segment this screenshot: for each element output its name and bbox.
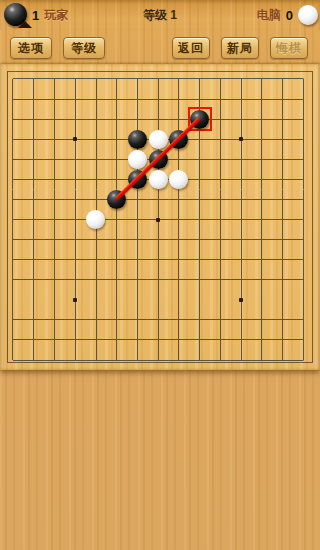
- board-intersection[interactable]: [106, 190, 127, 210]
- board-intersection[interactable]: [231, 109, 252, 129]
- board-intersection[interactable]: [65, 290, 86, 310]
- board-intersection[interactable]: [169, 290, 190, 310]
- board-intersection[interactable]: [169, 350, 190, 370]
- board-intersection[interactable]: [65, 350, 86, 370]
- board-intersection[interactable]: [148, 310, 169, 330]
- board-intersection[interactable]: [44, 190, 65, 210]
- board-intersection[interactable]: [23, 190, 44, 210]
- board-intersection[interactable]: [148, 169, 169, 189]
- board-intersection[interactable]: [127, 230, 148, 250]
- board-intersection[interactable]: [106, 210, 127, 230]
- board-intersection[interactable]: [210, 310, 231, 330]
- board-intersection[interactable]: [210, 330, 231, 350]
- board-intersection[interactable]: [86, 169, 107, 189]
- board-intersection[interactable]: [272, 169, 293, 189]
- board-intersection[interactable]: [231, 190, 252, 210]
- board-intersection[interactable]: [3, 330, 24, 350]
- board-intersection[interactable]: [293, 250, 314, 270]
- board-intersection[interactable]: [210, 290, 231, 310]
- player-score: 1: [32, 8, 39, 23]
- black-stone: [128, 130, 147, 149]
- board-intersection[interactable]: [127, 330, 148, 350]
- board-intersection[interactable]: [210, 210, 231, 230]
- board-intersection[interactable]: [169, 190, 190, 210]
- board-intersection[interactable]: [3, 129, 24, 149]
- board-intersection[interactable]: [3, 350, 24, 370]
- board-intersection[interactable]: [3, 270, 24, 290]
- board-intersection[interactable]: [23, 330, 44, 350]
- board-intersection[interactable]: [127, 190, 148, 210]
- board-intersection[interactable]: [86, 310, 107, 330]
- board-intersection[interactable]: [252, 330, 273, 350]
- board-intersection[interactable]: [3, 210, 24, 230]
- board-intersection[interactable]: [3, 69, 24, 89]
- board-intersection[interactable]: [231, 149, 252, 169]
- board-intersection[interactable]: [106, 69, 127, 89]
- board-intersection[interactable]: [127, 270, 148, 290]
- board-intersection[interactable]: [252, 350, 273, 370]
- level-button[interactable]: 等级: [63, 37, 105, 59]
- computer-label: 电脑: [257, 7, 281, 24]
- board-intersection[interactable]: [231, 210, 252, 230]
- undo-button[interactable]: 悔棋: [270, 37, 308, 59]
- board-intersection[interactable]: [293, 89, 314, 109]
- board-intersection[interactable]: [252, 69, 273, 89]
- white-stone: [149, 170, 168, 189]
- board-intersection[interactable]: [189, 290, 210, 310]
- board-intersection[interactable]: [252, 210, 273, 230]
- board-intersection[interactable]: [148, 270, 169, 290]
- board-intersection[interactable]: [169, 330, 190, 350]
- board-intersection[interactable]: [293, 330, 314, 350]
- board-intersection[interactable]: [272, 89, 293, 109]
- options-button[interactable]: 选项: [10, 37, 52, 59]
- board-intersection[interactable]: [44, 109, 65, 129]
- black-stone: [169, 130, 188, 149]
- board-intersection[interactable]: [189, 250, 210, 270]
- board-intersection[interactable]: [189, 230, 210, 250]
- board-intersection[interactable]: [23, 250, 44, 270]
- board-intersection[interactable]: [169, 109, 190, 129]
- board-intersection[interactable]: [210, 250, 231, 270]
- board-intersection[interactable]: [210, 109, 231, 129]
- board-intersection[interactable]: [272, 330, 293, 350]
- board-intersection[interactable]: [148, 350, 169, 370]
- board-intersection[interactable]: [148, 69, 169, 89]
- board-intersection[interactable]: [231, 69, 252, 89]
- board-intersection[interactable]: [252, 310, 273, 330]
- board-intersection[interactable]: [148, 129, 169, 149]
- board-intersection[interactable]: [127, 210, 148, 230]
- board-intersection[interactable]: [231, 270, 252, 290]
- board-intersection[interactable]: [3, 290, 24, 310]
- board-intersection[interactable]: [3, 89, 24, 109]
- board-intersection[interactable]: [106, 89, 127, 109]
- board-intersection[interactable]: [44, 210, 65, 230]
- board-intersection[interactable]: [86, 129, 107, 149]
- board-intersection[interactable]: [252, 250, 273, 270]
- board-intersection[interactable]: [293, 210, 314, 230]
- board-intersection[interactable]: [272, 109, 293, 129]
- board-intersection[interactable]: [189, 310, 210, 330]
- board-intersection[interactable]: [252, 89, 273, 109]
- board: [0, 64, 320, 370]
- board-intersection[interactable]: [272, 230, 293, 250]
- board-intersection[interactable]: [106, 129, 127, 149]
- board-intersection[interactable]: [44, 169, 65, 189]
- board-intersection[interactable]: [23, 230, 44, 250]
- board-intersection[interactable]: [44, 250, 65, 270]
- board-intersection[interactable]: [44, 310, 65, 330]
- board-intersection[interactable]: [148, 190, 169, 210]
- board-intersection[interactable]: [189, 149, 210, 169]
- board-intersection[interactable]: [106, 230, 127, 250]
- board-intersection[interactable]: [293, 149, 314, 169]
- board-intersection[interactable]: [169, 270, 190, 290]
- board-intersection[interactable]: [293, 310, 314, 330]
- board-intersection[interactable]: [252, 230, 273, 250]
- board-intersection[interactable]: [127, 290, 148, 310]
- board-intersection[interactable]: [189, 169, 210, 189]
- board-intersection[interactable]: [65, 310, 86, 330]
- board-intersection[interactable]: [189, 89, 210, 109]
- board-intersection[interactable]: [272, 69, 293, 89]
- board-intersection[interactable]: [86, 69, 107, 89]
- board-intersection[interactable]: [252, 129, 273, 149]
- board-intersection[interactable]: [86, 330, 107, 350]
- white-stone: [128, 150, 147, 169]
- board-intersection[interactable]: [210, 149, 231, 169]
- board-intersection[interactable]: [231, 330, 252, 350]
- board-intersection[interactable]: [148, 210, 169, 230]
- board-intersection[interactable]: [293, 270, 314, 290]
- board-intersection[interactable]: [148, 230, 169, 250]
- board-intersection[interactable]: [106, 270, 127, 290]
- board-intersection[interactable]: [231, 169, 252, 189]
- board-intersection[interactable]: [272, 270, 293, 290]
- board-intersection[interactable]: [293, 109, 314, 129]
- board-intersection[interactable]: [3, 310, 24, 330]
- board-intersection[interactable]: [148, 109, 169, 129]
- board-intersection[interactable]: [106, 290, 127, 310]
- board-intersection[interactable]: [272, 210, 293, 230]
- board-intersection[interactable]: [86, 109, 107, 129]
- board-intersection[interactable]: [169, 129, 190, 149]
- board-intersection[interactable]: [293, 290, 314, 310]
- board-intersection[interactable]: [65, 330, 86, 350]
- board-intersection[interactable]: [3, 169, 24, 189]
- board-intersection[interactable]: [293, 169, 314, 189]
- board-intersection[interactable]: [231, 129, 252, 149]
- board-intersection[interactable]: [148, 250, 169, 270]
- board-intersection[interactable]: [44, 290, 65, 310]
- computer-score: 0: [286, 8, 293, 23]
- board-intersection[interactable]: [127, 89, 148, 109]
- board-intersection[interactable]: [210, 270, 231, 290]
- board-intersection[interactable]: [86, 89, 107, 109]
- board-intersection[interactable]: [189, 69, 210, 89]
- board-intersection[interactable]: [293, 190, 314, 210]
- board-intersection[interactable]: [3, 250, 24, 270]
- board-intersection[interactable]: [65, 149, 86, 169]
- board-intersection[interactable]: [86, 290, 107, 310]
- board-intersection[interactable]: [23, 310, 44, 330]
- board-intersection[interactable]: [44, 129, 65, 149]
- board-intersection[interactable]: [169, 69, 190, 89]
- board-intersection[interactable]: [210, 69, 231, 89]
- board-intersection[interactable]: [272, 310, 293, 330]
- board-intersection[interactable]: [86, 350, 107, 370]
- board-grid: [3, 69, 314, 371]
- board-intersection[interactable]: [231, 310, 252, 330]
- board-intersection[interactable]: [272, 250, 293, 270]
- board-intersection[interactable]: [106, 169, 127, 189]
- board-intersection[interactable]: [272, 149, 293, 169]
- board-intersection[interactable]: [210, 350, 231, 370]
- board-intersection[interactable]: [210, 89, 231, 109]
- board-intersection[interactable]: [169, 250, 190, 270]
- board-intersection[interactable]: [252, 290, 273, 310]
- board-intersection[interactable]: [106, 109, 127, 129]
- board-intersection[interactable]: [169, 89, 190, 109]
- board-intersection[interactable]: [106, 310, 127, 330]
- board-intersection[interactable]: [23, 210, 44, 230]
- board-intersection[interactable]: [65, 109, 86, 129]
- board-intersection[interactable]: [272, 190, 293, 210]
- board-intersection[interactable]: [23, 69, 44, 89]
- toolbar: 选项 等级 返回 新局 悔棋: [0, 30, 320, 64]
- board-intersection[interactable]: [65, 230, 86, 250]
- board-intersection[interactable]: [189, 330, 210, 350]
- board-intersection[interactable]: [127, 69, 148, 89]
- board-intersection[interactable]: [44, 230, 65, 250]
- white-stone: [169, 170, 188, 189]
- board-intersection[interactable]: [23, 270, 44, 290]
- board-intersection[interactable]: [65, 210, 86, 230]
- board-intersection[interactable]: [127, 129, 148, 149]
- black-stone: [190, 110, 209, 129]
- board-intersection[interactable]: [127, 250, 148, 270]
- board-intersection[interactable]: [44, 69, 65, 89]
- board-intersection[interactable]: [210, 230, 231, 250]
- back-button[interactable]: 返回: [172, 37, 210, 59]
- board-intersection[interactable]: [44, 350, 65, 370]
- gomoku-app: 1 玩家 等级 1 电脑 0 选项 等级 返回 新局 悔棋: [0, 0, 320, 550]
- board-intersection[interactable]: [252, 149, 273, 169]
- board-intersection[interactable]: [65, 270, 86, 290]
- board-intersection[interactable]: [169, 169, 190, 189]
- board-intersection[interactable]: [23, 89, 44, 109]
- board-intersection[interactable]: [293, 350, 314, 370]
- board-intersection[interactable]: [86, 250, 107, 270]
- board-intersection[interactable]: [252, 270, 273, 290]
- board-intersection[interactable]: [169, 149, 190, 169]
- level-status: 等级 1: [143, 7, 177, 24]
- board-intersection[interactable]: [293, 129, 314, 149]
- board-intersection[interactable]: [231, 250, 252, 270]
- board-intersection[interactable]: [106, 330, 127, 350]
- board-intersection[interactable]: [106, 350, 127, 370]
- board-intersection[interactable]: [189, 270, 210, 290]
- board-intersection[interactable]: [86, 210, 107, 230]
- board-intersection[interactable]: [3, 190, 24, 210]
- board-intersection[interactable]: [169, 230, 190, 250]
- board-intersection[interactable]: [210, 169, 231, 189]
- board-intersection[interactable]: [127, 109, 148, 129]
- black-stone: [128, 170, 147, 189]
- board-intersection[interactable]: [231, 230, 252, 250]
- board-intersection[interactable]: [169, 210, 190, 230]
- board-intersection[interactable]: [272, 350, 293, 370]
- board-intersection[interactable]: [127, 169, 148, 189]
- board-intersection[interactable]: [252, 190, 273, 210]
- board-intersection[interactable]: [65, 129, 86, 149]
- board-intersection[interactable]: [127, 149, 148, 169]
- board-intersection[interactable]: [169, 310, 190, 330]
- board-intersection[interactable]: [44, 89, 65, 109]
- board-intersection[interactable]: [231, 290, 252, 310]
- board-intersection[interactable]: [148, 149, 169, 169]
- board-intersection[interactable]: [86, 230, 107, 250]
- board-intersection[interactable]: [44, 149, 65, 169]
- board-intersection[interactable]: [23, 109, 44, 129]
- board-intersection[interactable]: [23, 350, 44, 370]
- black-stone: [107, 190, 126, 209]
- board-intersection[interactable]: [106, 250, 127, 270]
- board-intersection[interactable]: [65, 89, 86, 109]
- player-label: 玩家: [44, 7, 68, 24]
- board-intersection[interactable]: [44, 330, 65, 350]
- board-intersection[interactable]: [44, 270, 65, 290]
- board-intersection[interactable]: [189, 350, 210, 370]
- board-intersection[interactable]: [210, 190, 231, 210]
- board-intersection[interactable]: [148, 89, 169, 109]
- board-intersection[interactable]: [3, 149, 24, 169]
- black-stone: [149, 150, 168, 169]
- white-stone: [86, 210, 105, 229]
- board-intersection[interactable]: [23, 169, 44, 189]
- board-intersection[interactable]: [127, 310, 148, 330]
- board-intersection[interactable]: [127, 350, 148, 370]
- board-intersection[interactable]: [189, 210, 210, 230]
- board-intersection[interactable]: [65, 250, 86, 270]
- white-stone: [149, 130, 168, 149]
- board-intersection[interactable]: [65, 69, 86, 89]
- board-intersection[interactable]: [23, 149, 44, 169]
- board-intersection[interactable]: [148, 330, 169, 350]
- board-intersection[interactable]: [293, 230, 314, 250]
- board-intersection[interactable]: [23, 290, 44, 310]
- board-intersection[interactable]: [3, 109, 24, 129]
- board-intersection[interactable]: [252, 109, 273, 129]
- board-intersection[interactable]: [65, 169, 86, 189]
- board-intersection[interactable]: [86, 149, 107, 169]
- board-intersection[interactable]: [231, 350, 252, 370]
- turn-indicator-icon: [18, 21, 32, 28]
- board-intersection[interactable]: [86, 270, 107, 290]
- board-intersection[interactable]: [3, 230, 24, 250]
- board-intersection[interactable]: [252, 169, 273, 189]
- board-intersection[interactable]: [86, 190, 107, 210]
- board-intersection[interactable]: [231, 89, 252, 109]
- board-intersection[interactable]: [65, 190, 86, 210]
- board-intersection[interactable]: [272, 129, 293, 149]
- board-intersection[interactable]: [106, 149, 127, 169]
- status-bar: 1 玩家 等级 1 电脑 0: [0, 0, 320, 30]
- board-intersection[interactable]: [293, 69, 314, 89]
- computer-white-stone-icon: [298, 5, 318, 25]
- board-intersection[interactable]: [189, 109, 210, 129]
- board-intersection[interactable]: [210, 129, 231, 149]
- new-game-button[interactable]: 新局: [221, 37, 259, 59]
- board-intersection[interactable]: [189, 129, 210, 149]
- board-intersection[interactable]: [189, 190, 210, 210]
- board-intersection[interactable]: [23, 129, 44, 149]
- board-intersection[interactable]: [272, 290, 293, 310]
- board-intersection[interactable]: [148, 290, 169, 310]
